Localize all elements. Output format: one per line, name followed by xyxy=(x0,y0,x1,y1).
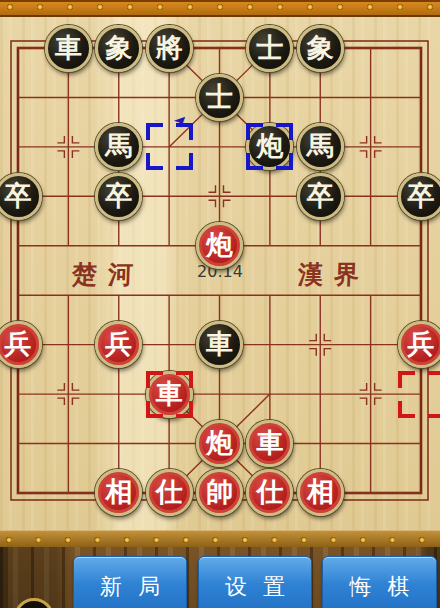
bottom-toolbar: 新局 设置 悔棋 xyxy=(0,547,440,608)
piece-black-cannon[interactable]: 炮 xyxy=(246,123,293,170)
xiangqi-app: 楚河 漢界 20.14 車象將士象士馬炮馬卒卒卒卒車炮兵兵兵車炮車相仕帥仕相 ➤… xyxy=(0,0,440,608)
piece-red-rook[interactable]: 車 xyxy=(146,371,193,418)
piece-red-elephant[interactable]: 相 xyxy=(95,469,142,516)
piece-red-advisor[interactable]: 仕 xyxy=(246,469,293,516)
piece-black-horse[interactable]: 馬 xyxy=(297,123,344,170)
piece-black-soldier[interactable]: 卒 xyxy=(95,173,142,220)
piece-black-rook[interactable]: 車 xyxy=(196,321,243,368)
last-move-marker-red-move-from xyxy=(398,371,440,418)
piece-red-elephant[interactable]: 相 xyxy=(297,469,344,516)
piece-black-horse[interactable]: 馬 xyxy=(95,123,142,170)
piece-black-elephant[interactable]: 象 xyxy=(95,25,142,72)
piece-red-cannon[interactable]: 炮 xyxy=(196,222,243,269)
piece-red-soldier[interactable]: 兵 xyxy=(0,321,42,368)
piece-red-advisor[interactable]: 仕 xyxy=(146,469,193,516)
piece-black-advisor[interactable]: 士 xyxy=(246,25,293,72)
top-stud-band xyxy=(0,0,440,17)
piece-black-soldier[interactable]: 卒 xyxy=(0,173,42,220)
piece-red-cannon[interactable]: 炮 xyxy=(196,420,243,467)
last-move-marker-black-move-from xyxy=(146,123,193,170)
settings-button[interactable]: 设置 xyxy=(198,556,312,608)
piece-red-soldier[interactable]: 兵 xyxy=(398,321,440,368)
piece-grid: 車象將士象士馬炮馬卒卒卒卒車炮兵兵兵車炮車相仕帥仕相 xyxy=(0,23,440,517)
piece-black-general[interactable]: 將 xyxy=(146,25,193,72)
piece-black-elephant[interactable]: 象 xyxy=(297,25,344,72)
piece-red-soldier[interactable]: 兵 xyxy=(95,321,142,368)
new-game-button[interactable]: 新局 xyxy=(73,556,187,608)
undo-button[interactable]: 悔棋 xyxy=(322,556,437,608)
piece-black-rook[interactable]: 車 xyxy=(45,25,92,72)
piece-black-soldier[interactable]: 卒 xyxy=(297,173,344,220)
piece-black-soldier[interactable]: 卒 xyxy=(398,173,440,220)
piece-red-rook[interactable]: 車 xyxy=(246,420,293,467)
piece-black-advisor[interactable]: 士 xyxy=(196,74,243,121)
piece-red-general[interactable]: 帥 xyxy=(196,469,243,516)
